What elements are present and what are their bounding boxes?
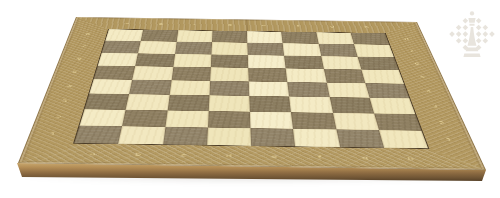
square-a3 [85, 94, 130, 110]
square-c5 [171, 67, 210, 81]
square-g1 [336, 129, 384, 147]
square-e2 [250, 111, 293, 128]
square-f4 [288, 82, 330, 97]
square-a7 [102, 41, 141, 54]
chessboard-product-photo: aabbccddeeffgghh1122334455667788 [0, 0, 500, 198]
square-a5 [94, 66, 136, 80]
square-c7 [175, 42, 212, 55]
square-g5 [323, 69, 365, 83]
shop-watermark-logo [445, 6, 499, 64]
square-b8 [141, 30, 178, 42]
playing-area [73, 29, 429, 149]
square-d1 [207, 127, 251, 145]
square-h4 [365, 83, 409, 98]
square-e1 [250, 128, 295, 146]
square-g6 [321, 56, 361, 69]
square-f5 [286, 68, 326, 82]
square-e8 [247, 31, 283, 43]
square-d8 [212, 31, 247, 43]
square-f1 [293, 129, 339, 147]
chessboard: aabbccddeeffgghh1122334455667788 [18, 17, 486, 170]
square-c6 [173, 54, 211, 67]
square-h5 [361, 69, 404, 83]
square-b7 [138, 41, 176, 54]
square-f6 [284, 55, 323, 68]
square-f8 [281, 32, 318, 44]
square-a4 [89, 79, 132, 94]
square-d2 [208, 111, 251, 128]
square-e5 [248, 68, 287, 82]
square-h1 [379, 130, 428, 148]
square-h6 [357, 57, 398, 70]
square-g2 [333, 113, 379, 130]
square-a8 [105, 29, 143, 41]
square-a2 [80, 109, 126, 126]
square-c8 [176, 30, 212, 42]
square-a6 [98, 53, 138, 66]
square-c3 [167, 95, 209, 111]
square-e4 [249, 81, 290, 96]
square-f7 [283, 43, 321, 56]
square-f3 [289, 97, 332, 113]
square-g8 [316, 32, 354, 44]
square-e3 [249, 96, 291, 112]
square-f2 [291, 112, 336, 129]
square-b1 [118, 126, 165, 144]
square-g3 [329, 97, 374, 113]
square-e6 [248, 55, 286, 68]
square-d7 [211, 42, 248, 55]
square-h7 [354, 44, 394, 57]
square-d4 [209, 81, 249, 96]
square-g4 [326, 83, 369, 98]
square-g7 [318, 44, 357, 57]
square-b2 [122, 110, 167, 127]
square-d6 [211, 54, 249, 67]
square-c2 [165, 110, 209, 127]
square-b3 [126, 94, 169, 110]
square-b4 [129, 80, 171, 95]
square-d5 [210, 67, 249, 81]
square-d3 [209, 95, 250, 111]
square-c4 [169, 80, 210, 95]
square-h8 [350, 33, 389, 45]
square-h3 [369, 98, 415, 114]
square-c1 [163, 127, 208, 145]
square-e7 [247, 43, 284, 56]
square-b5 [132, 66, 173, 80]
square-h2 [374, 113, 422, 130]
square-b6 [135, 53, 174, 66]
square-a1 [74, 126, 122, 144]
